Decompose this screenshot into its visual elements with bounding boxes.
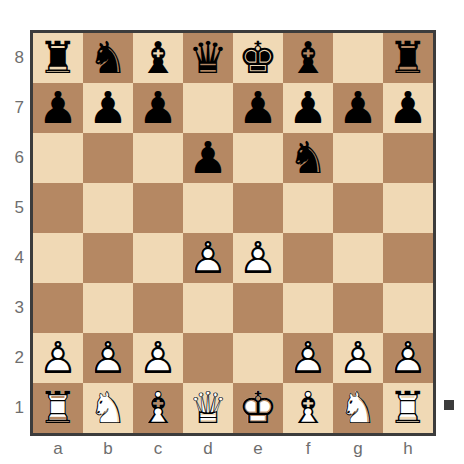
piece-glyph: ♟	[383, 83, 433, 133]
square-f1[interactable]: ♝♗	[283, 383, 333, 433]
piece-white-pawn[interactable]: ♟♙	[133, 333, 183, 383]
square-c2[interactable]: ♟♙	[133, 333, 183, 383]
piece-glyph: ♟	[233, 83, 283, 133]
square-h7[interactable]: ♟	[383, 83, 433, 133]
square-h4[interactable]	[383, 233, 433, 283]
square-c3[interactable]	[133, 283, 183, 333]
square-e3[interactable]	[233, 283, 283, 333]
square-b6[interactable]	[83, 133, 133, 183]
square-c6[interactable]	[133, 133, 183, 183]
rank-label-8: 8	[0, 33, 24, 83]
piece-white-bishop[interactable]: ♝♗	[133, 383, 183, 433]
piece-white-rook[interactable]: ♜♖	[383, 383, 433, 433]
square-a5[interactable]	[33, 183, 83, 233]
square-a1[interactable]: ♜♖	[33, 383, 83, 433]
piece-glyph: ♞	[83, 33, 133, 83]
square-e5[interactable]	[233, 183, 283, 233]
square-h2[interactable]: ♟♙	[383, 333, 433, 383]
square-g7[interactable]: ♟	[333, 83, 383, 133]
piece-glyph: ♟	[133, 83, 183, 133]
square-b5[interactable]	[83, 183, 133, 233]
side-to-move-marker	[444, 400, 454, 410]
piece-glyph: ♝	[283, 33, 333, 83]
file-label-g: g	[333, 437, 383, 461]
square-h5[interactable]	[383, 183, 433, 233]
square-h1[interactable]: ♜♖	[383, 383, 433, 433]
square-d1[interactable]: ♛♕	[183, 383, 233, 433]
square-a4[interactable]	[33, 233, 83, 283]
file-label-f: f	[283, 437, 333, 461]
square-h6[interactable]	[383, 133, 433, 183]
square-d5[interactable]	[183, 183, 233, 233]
file-label-h: h	[383, 437, 433, 461]
square-c8[interactable]: ♝	[133, 33, 183, 83]
piece-black-pawn[interactable]: ♟	[33, 83, 83, 133]
piece-outline-layer: ♔	[233, 383, 283, 433]
piece-glyph: ♛	[183, 33, 233, 83]
square-a7[interactable]: ♟	[33, 83, 83, 133]
square-g8[interactable]	[333, 33, 383, 83]
piece-white-queen[interactable]: ♛♕	[183, 383, 233, 433]
piece-black-rook[interactable]: ♜	[33, 33, 83, 83]
file-label-b: b	[83, 437, 133, 461]
rank-label-6: 6	[0, 133, 24, 183]
file-label-c: c	[133, 437, 183, 461]
square-b7[interactable]: ♟	[83, 83, 133, 133]
piece-white-pawn[interactable]: ♟♙	[183, 233, 233, 283]
file-label-d: d	[183, 437, 233, 461]
chess-board[interactable]: ♜♞♝♛♚♝♜♟♟♟♟♟♟♟♟♞♟♙♟♙♟♙♟♙♟♙♟♙♟♙♟♙♜♖♞♘♝♗♛♕…	[30, 30, 436, 436]
rank-label-4: 4	[0, 233, 24, 283]
piece-white-knight[interactable]: ♞♘	[333, 383, 383, 433]
rank-label-7: 7	[0, 83, 24, 133]
piece-white-bishop[interactable]: ♝♗	[283, 383, 333, 433]
square-a6[interactable]	[33, 133, 83, 183]
square-e2[interactable]	[233, 333, 283, 383]
square-d7[interactable]	[183, 83, 233, 133]
piece-white-knight[interactable]: ♞♘	[83, 383, 133, 433]
piece-black-king[interactable]: ♚	[233, 33, 283, 83]
piece-black-pawn[interactable]: ♟	[383, 83, 433, 133]
rank-label-3: 3	[0, 283, 24, 333]
square-a3[interactable]	[33, 283, 83, 333]
piece-outline-layer: ♙	[183, 233, 233, 283]
piece-black-pawn[interactable]: ♟	[233, 83, 283, 133]
file-label-a: a	[33, 437, 83, 461]
square-h8[interactable]: ♜	[383, 33, 433, 83]
square-e4[interactable]: ♟♙	[233, 233, 283, 283]
piece-white-pawn[interactable]: ♟♙	[283, 333, 333, 383]
piece-black-knight[interactable]: ♞	[283, 133, 333, 183]
piece-black-pawn[interactable]: ♟	[283, 83, 333, 133]
square-f2[interactable]: ♟♙	[283, 333, 333, 383]
square-b3[interactable]	[83, 283, 133, 333]
square-e6[interactable]	[233, 133, 283, 183]
square-g3[interactable]	[333, 283, 383, 333]
piece-black-pawn[interactable]: ♟	[333, 83, 383, 133]
piece-white-pawn[interactable]: ♟♙	[233, 233, 283, 283]
piece-outline-layer: ♙	[283, 333, 333, 383]
rank-label-2: 2	[0, 333, 24, 383]
piece-outline-layer: ♕	[183, 383, 233, 433]
square-b4[interactable]	[83, 233, 133, 283]
square-c5[interactable]	[133, 183, 183, 233]
piece-outline-layer: ♗	[133, 383, 183, 433]
piece-black-pawn[interactable]: ♟	[83, 83, 133, 133]
piece-glyph: ♚	[233, 33, 283, 83]
square-g1[interactable]: ♞♘	[333, 383, 383, 433]
square-f3[interactable]	[283, 283, 333, 333]
piece-outline-layer: ♙	[383, 333, 433, 383]
piece-outline-layer: ♙	[83, 333, 133, 383]
square-d3[interactable]	[183, 283, 233, 333]
piece-glyph: ♟	[83, 83, 133, 133]
piece-white-pawn[interactable]: ♟♙	[33, 333, 83, 383]
square-f6[interactable]: ♞	[283, 133, 333, 183]
piece-outline-layer: ♙	[333, 333, 383, 383]
piece-glyph: ♟	[183, 133, 233, 183]
piece-white-rook[interactable]: ♜♖	[33, 383, 83, 433]
square-g5[interactable]	[333, 183, 383, 233]
square-d8[interactable]: ♛	[183, 33, 233, 83]
rank-label-5: 5	[0, 183, 24, 233]
square-a2[interactable]: ♟♙	[33, 333, 83, 383]
piece-glyph: ♜	[33, 33, 83, 83]
piece-glyph: ♟	[333, 83, 383, 133]
piece-black-queen[interactable]: ♛	[183, 33, 233, 83]
piece-outline-layer: ♘	[333, 383, 383, 433]
piece-black-bishop[interactable]: ♝	[133, 33, 183, 83]
square-e1[interactable]: ♚♔	[233, 383, 283, 433]
piece-outline-layer: ♙	[33, 333, 83, 383]
square-d2[interactable]	[183, 333, 233, 383]
square-g2[interactable]: ♟♙	[333, 333, 383, 383]
square-f4[interactable]	[283, 233, 333, 283]
piece-glyph: ♜	[383, 33, 433, 83]
square-a8[interactable]: ♜	[33, 33, 83, 83]
piece-outline-layer: ♙	[233, 233, 283, 283]
square-c4[interactable]	[133, 233, 183, 283]
piece-outline-layer: ♘	[83, 383, 133, 433]
file-label-e: e	[233, 437, 283, 461]
square-g4[interactable]	[333, 233, 383, 283]
piece-white-pawn[interactable]: ♟♙	[383, 333, 433, 383]
square-c7[interactable]: ♟	[133, 83, 183, 133]
square-c1[interactable]: ♝♗	[133, 383, 183, 433]
square-e7[interactable]: ♟	[233, 83, 283, 133]
piece-black-bishop[interactable]: ♝	[283, 33, 333, 83]
square-b2[interactable]: ♟♙	[83, 333, 133, 383]
piece-glyph: ♝	[133, 33, 183, 83]
piece-black-pawn[interactable]: ♟	[183, 133, 233, 183]
piece-outline-layer: ♖	[383, 383, 433, 433]
piece-black-rook[interactable]: ♜	[383, 33, 433, 83]
piece-outline-layer: ♗	[283, 383, 333, 433]
piece-outline-layer: ♖	[33, 383, 83, 433]
square-d6[interactable]: ♟	[183, 133, 233, 183]
rank-label-1: 1	[0, 383, 24, 433]
square-b8[interactable]: ♞	[83, 33, 133, 83]
square-f7[interactable]: ♟	[283, 83, 333, 133]
square-e8[interactable]: ♚	[233, 33, 283, 83]
square-g6[interactable]	[333, 133, 383, 183]
piece-outline-layer: ♙	[133, 333, 183, 383]
piece-glyph: ♟	[283, 83, 333, 133]
piece-white-pawn[interactable]: ♟♙	[83, 333, 133, 383]
piece-white-king[interactable]: ♚♔	[233, 383, 283, 433]
piece-glyph: ♟	[33, 83, 83, 133]
piece-white-pawn[interactable]: ♟♙	[333, 333, 383, 383]
piece-glyph: ♞	[283, 133, 333, 183]
square-f8[interactable]: ♝	[283, 33, 333, 83]
piece-black-knight[interactable]: ♞	[83, 33, 133, 83]
square-h3[interactable]	[383, 283, 433, 333]
square-f5[interactable]	[283, 183, 333, 233]
square-b1[interactable]: ♞♘	[83, 383, 133, 433]
square-d4[interactable]: ♟♙	[183, 233, 233, 283]
piece-black-pawn[interactable]: ♟	[133, 83, 183, 133]
